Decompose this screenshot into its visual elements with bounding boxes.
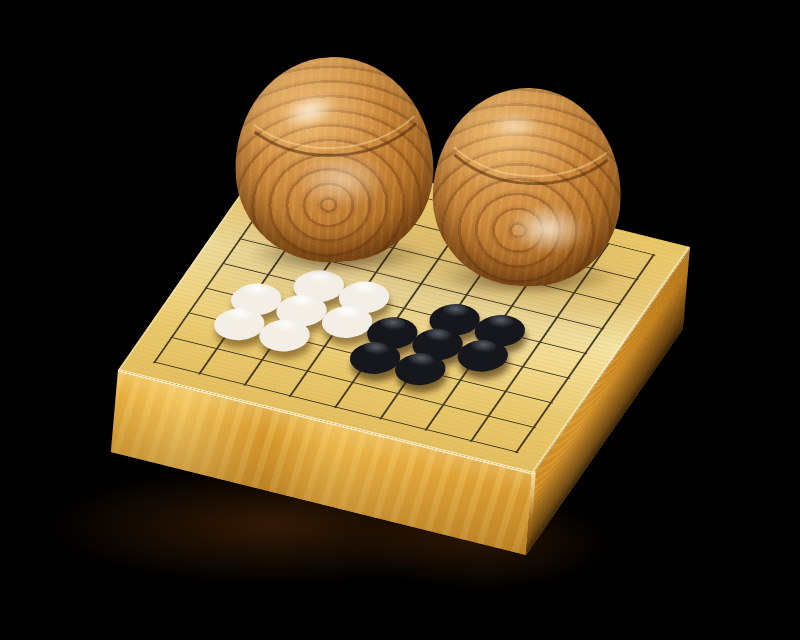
go-set-scene: ●●●●●●●●●●●●●●	[0, 0, 800, 640]
bowl-specular-highlight	[506, 202, 590, 255]
go-bowl-right	[430, 85, 625, 289]
bowl-specular-highlight	[294, 149, 389, 212]
